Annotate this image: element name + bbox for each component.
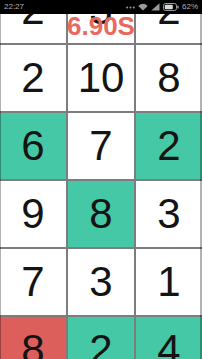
grid-cell-r3-c0[interactable]: 9	[0, 181, 66, 247]
screen-edge-left	[0, 0, 1, 359]
wifi-icon	[138, 3, 148, 11]
grid-cell-r1-c0[interactable]: 2	[0, 45, 66, 111]
cell-digit: 8	[89, 193, 112, 235]
grid-cell-r1-c2[interactable]: 8	[136, 45, 202, 111]
cell-digit: 8	[21, 329, 44, 359]
grid-cell-r2-c1[interactable]: 7	[68, 113, 134, 179]
cell-digit: 7	[89, 125, 112, 167]
signal-icon	[151, 3, 160, 11]
cell-digit: 3	[89, 261, 112, 303]
grid-cell-r4-c0[interactable]: 7	[0, 249, 66, 315]
battery-icon	[163, 3, 179, 11]
grid-cell-r5-c2[interactable]: 4	[136, 317, 202, 359]
cell-digit: 1	[157, 261, 180, 303]
cell-digit: 6	[21, 125, 44, 167]
grid-cell-r4-c1[interactable]: 3	[68, 249, 134, 315]
more-dots-icon	[126, 6, 135, 9]
status-bar: 22:27 62%	[0, 0, 202, 14]
cell-digit: 4	[157, 329, 180, 359]
board: 2322108672983731824	[0, 0, 202, 359]
grid-cell-r5-c0[interactable]: 8	[0, 317, 66, 359]
clock-label: 22:27	[4, 0, 24, 14]
phone-screen: 22:27 62% 2322108672983731824 6.90S	[0, 0, 202, 359]
cell-digit: 2	[157, 125, 180, 167]
grid-cell-r2-c2[interactable]: 2	[136, 113, 202, 179]
cell-digit: 2	[21, 57, 44, 99]
cell-digit: 9	[21, 193, 44, 235]
grid-cell-r3-c1[interactable]: 8	[68, 181, 134, 247]
battery-percent-label: 62%	[182, 0, 198, 14]
cell-digit: 3	[157, 193, 180, 235]
screen-edge-right	[200, 0, 202, 359]
cell-digit: 8	[157, 57, 180, 99]
grid-cell-r3-c2[interactable]: 3	[136, 181, 202, 247]
grid-cell-r1-c1[interactable]: 10	[68, 45, 134, 111]
grid-cell-r4-c2[interactable]: 1	[136, 249, 202, 315]
grid-cell-r2-c0[interactable]: 6	[0, 113, 66, 179]
grid-cell-r5-c1[interactable]: 2	[68, 317, 134, 359]
cell-digit: 10	[78, 57, 125, 99]
cell-digit: 7	[21, 261, 44, 303]
cell-digit: 2	[89, 329, 112, 359]
